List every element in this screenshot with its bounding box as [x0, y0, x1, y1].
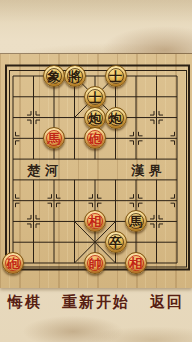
piece-character: 相	[126, 253, 146, 275]
piece-red-cannon[interactable]: 砲	[84, 127, 106, 149]
piece-character: 馬	[44, 128, 64, 150]
piece-character: 炮	[85, 108, 105, 130]
piece-red-elephant[interactable]: 相	[84, 210, 106, 232]
piece-red-horse[interactable]: 馬	[43, 127, 65, 149]
river-label-chu-he: 楚河	[27, 162, 63, 180]
piece-character: 相	[85, 211, 105, 233]
piece-character: 士	[85, 87, 105, 109]
xiangqi-app: 楚河 漢界 象將士士炮炮馬砲相馬卒砲帥相 悔棋 重新开始 返回	[0, 0, 192, 342]
bottom-menu: 悔棋 重新开始 返回	[0, 291, 192, 313]
piece-black-soldier[interactable]: 卒	[105, 231, 127, 253]
piece-character: 帥	[85, 253, 105, 275]
piece-black-advisor[interactable]: 士	[105, 65, 127, 87]
piece-red-cannon[interactable]: 砲	[2, 252, 24, 274]
piece-character: 砲	[3, 253, 23, 275]
piece-character: 象	[44, 66, 64, 88]
parchment-landscape-art-top	[0, 0, 192, 58]
restart-button[interactable]: 重新开始	[62, 293, 130, 311]
piece-red-general[interactable]: 帥	[84, 252, 106, 274]
back-button[interactable]: 返回	[150, 293, 184, 311]
undo-button[interactable]: 悔棋	[8, 293, 42, 311]
piece-character: 砲	[85, 128, 105, 150]
piece-black-horse[interactable]: 馬	[125, 210, 147, 232]
piece-character: 卒	[106, 232, 126, 254]
piece-black-elephant[interactable]: 象	[43, 65, 65, 87]
piece-character: 炮	[106, 108, 126, 130]
piece-black-advisor[interactable]: 士	[84, 86, 106, 108]
piece-black-cannon[interactable]: 炮	[84, 107, 106, 129]
piece-character: 將	[65, 66, 85, 88]
river-label-han-jie: 漢界	[131, 162, 167, 180]
piece-character: 馬	[126, 211, 146, 233]
piece-character: 士	[106, 66, 126, 88]
piece-black-general[interactable]: 將	[64, 65, 86, 87]
piece-red-elephant[interactable]: 相	[125, 252, 147, 274]
piece-black-cannon[interactable]: 炮	[105, 107, 127, 129]
